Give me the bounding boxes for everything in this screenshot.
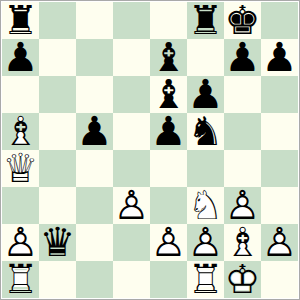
square-g3[interactable]: ♟♙	[224, 187, 261, 224]
piece-black-pawn[interactable]: ♟	[187, 76, 224, 113]
piece-white-pawn[interactable]: ♟♙	[150, 224, 187, 261]
square-h7[interactable]: ♟	[261, 39, 298, 76]
piece-black-pawn[interactable]: ♟	[2, 39, 39, 76]
square-c7[interactable]	[76, 39, 113, 76]
square-f7[interactable]	[187, 39, 224, 76]
square-f6[interactable]: ♟	[187, 76, 224, 113]
square-f5[interactable]: ♞	[187, 113, 224, 150]
piece-black-queen[interactable]: ♛	[39, 224, 76, 261]
square-e5[interactable]: ♟	[150, 113, 187, 150]
square-c8[interactable]	[76, 2, 113, 39]
square-e7[interactable]: ♝	[150, 39, 187, 76]
piece-white-queen[interactable]: ♛♕	[2, 150, 39, 187]
board-frame: ♜♜♚♟♝♟♟♝♟♝♗♟♟♞♛♕♟♙♞♘♟♙♟♙♛♟♙♟♙♝♗♟♙♜♖♜♖♚♔	[0, 0, 300, 300]
square-b4[interactable]	[39, 150, 76, 187]
square-f4[interactable]	[187, 150, 224, 187]
piece-black-rook[interactable]: ♜	[187, 2, 224, 39]
square-a2[interactable]: ♟♙	[2, 224, 39, 261]
square-c3[interactable]	[76, 187, 113, 224]
square-b2[interactable]: ♛	[39, 224, 76, 261]
square-d3[interactable]: ♟♙	[113, 187, 150, 224]
piece-white-bishop[interactable]: ♝♗	[2, 113, 39, 150]
square-c6[interactable]	[76, 76, 113, 113]
square-c2[interactable]	[76, 224, 113, 261]
piece-black-pawn[interactable]: ♟	[150, 113, 187, 150]
piece-white-rook[interactable]: ♜♖	[2, 261, 39, 298]
square-e1[interactable]	[150, 261, 187, 298]
square-d7[interactable]	[113, 39, 150, 76]
piece-black-rook[interactable]: ♜	[2, 2, 39, 39]
piece-white-rook[interactable]: ♜♖	[187, 261, 224, 298]
square-b7[interactable]	[39, 39, 76, 76]
square-d4[interactable]	[113, 150, 150, 187]
square-h5[interactable]	[261, 113, 298, 150]
square-b6[interactable]	[39, 76, 76, 113]
square-e2[interactable]: ♟♙	[150, 224, 187, 261]
square-d8[interactable]	[113, 2, 150, 39]
square-a5[interactable]: ♝♗	[2, 113, 39, 150]
square-g1[interactable]: ♚♔	[224, 261, 261, 298]
piece-white-pawn[interactable]: ♟♙	[187, 224, 224, 261]
piece-black-knight[interactable]: ♞	[187, 113, 224, 150]
square-e3[interactable]	[150, 187, 187, 224]
square-g6[interactable]	[224, 76, 261, 113]
square-a4[interactable]: ♛♕	[2, 150, 39, 187]
square-f1[interactable]: ♜♖	[187, 261, 224, 298]
square-e4[interactable]	[150, 150, 187, 187]
piece-white-pawn[interactable]: ♟♙	[261, 224, 298, 261]
square-g2[interactable]: ♝♗	[224, 224, 261, 261]
square-g5[interactable]	[224, 113, 261, 150]
square-d1[interactable]	[113, 261, 150, 298]
square-c5[interactable]: ♟	[76, 113, 113, 150]
square-b1[interactable]	[39, 261, 76, 298]
piece-black-bishop[interactable]: ♝	[150, 39, 187, 76]
square-b8[interactable]	[39, 2, 76, 39]
square-a1[interactable]: ♜♖	[2, 261, 39, 298]
square-h2[interactable]: ♟♙	[261, 224, 298, 261]
piece-black-pawn[interactable]: ♟	[261, 39, 298, 76]
square-f3[interactable]: ♞♘	[187, 187, 224, 224]
square-h1[interactable]	[261, 261, 298, 298]
square-d2[interactable]	[113, 224, 150, 261]
square-c1[interactable]	[76, 261, 113, 298]
square-b5[interactable]	[39, 113, 76, 150]
chess-board: ♜♜♚♟♝♟♟♝♟♝♗♟♟♞♛♕♟♙♞♘♟♙♟♙♛♟♙♟♙♝♗♟♙♜♖♜♖♚♔	[2, 2, 298, 298]
piece-white-pawn[interactable]: ♟♙	[2, 224, 39, 261]
chess-diagram: ♜♜♚♟♝♟♟♝♟♝♗♟♟♞♛♕♟♙♞♘♟♙♟♙♛♟♙♟♙♝♗♟♙♜♖♜♖♚♔	[0, 0, 300, 300]
square-h8[interactable]	[261, 2, 298, 39]
square-a3[interactable]	[2, 187, 39, 224]
piece-black-bishop[interactable]: ♝	[150, 76, 187, 113]
piece-white-pawn[interactable]: ♟♙	[224, 187, 261, 224]
square-g8[interactable]: ♚	[224, 2, 261, 39]
square-d6[interactable]	[113, 76, 150, 113]
square-a7[interactable]: ♟	[2, 39, 39, 76]
square-b3[interactable]	[39, 187, 76, 224]
piece-black-king[interactable]: ♚	[224, 2, 261, 39]
square-g4[interactable]	[224, 150, 261, 187]
square-d5[interactable]	[113, 113, 150, 150]
piece-white-bishop[interactable]: ♝♗	[224, 224, 261, 261]
piece-white-pawn[interactable]: ♟♙	[113, 187, 150, 224]
square-a8[interactable]: ♜	[2, 2, 39, 39]
piece-black-pawn[interactable]: ♟	[224, 39, 261, 76]
piece-white-king[interactable]: ♚♔	[224, 261, 261, 298]
piece-white-knight[interactable]: ♞♘	[187, 187, 224, 224]
square-c4[interactable]	[76, 150, 113, 187]
square-e6[interactable]: ♝	[150, 76, 187, 113]
square-e8[interactable]	[150, 2, 187, 39]
square-f2[interactable]: ♟♙	[187, 224, 224, 261]
square-h6[interactable]	[261, 76, 298, 113]
square-f8[interactable]: ♜	[187, 2, 224, 39]
square-h4[interactable]	[261, 150, 298, 187]
square-a6[interactable]	[2, 76, 39, 113]
square-g7[interactable]: ♟	[224, 39, 261, 76]
piece-black-pawn[interactable]: ♟	[76, 113, 113, 150]
square-h3[interactable]	[261, 187, 298, 224]
